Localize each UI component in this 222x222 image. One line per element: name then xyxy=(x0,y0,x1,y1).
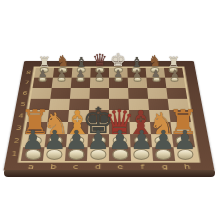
piece-base xyxy=(133,77,141,82)
far-pawn-g7[interactable]: ♟ xyxy=(152,69,161,82)
square-d3[interactable] xyxy=(109,88,129,99)
piece-base xyxy=(112,149,128,160)
far-pawn-f7[interactable]: ♟ xyxy=(133,69,142,82)
rank-label-1: 1 xyxy=(6,147,21,161)
square-a3[interactable] xyxy=(166,88,187,99)
piece-base xyxy=(25,149,41,160)
far-pawn-e7[interactable]: ♟ xyxy=(114,69,123,82)
far-pawn-c7[interactable]: ♟ xyxy=(76,69,85,82)
piece-base xyxy=(171,77,179,82)
piece-base xyxy=(177,149,193,160)
rank-label-6: 6 xyxy=(18,88,31,99)
near-pawn-f1[interactable]: ♟ xyxy=(130,127,153,160)
product-photo-scene: abcdefgh 87654321 ♜♞♝♛♚♝♞♜♟♟♟♟♟♟♟♟♜♞♝♚♛♝… xyxy=(0,0,222,222)
piece-base xyxy=(152,77,160,82)
piece-base xyxy=(96,77,104,82)
piece-base xyxy=(39,77,47,82)
piece-base xyxy=(58,77,66,82)
far-pawn-d7[interactable]: ♟ xyxy=(95,69,104,82)
board-front-edge xyxy=(4,170,215,177)
piece-base xyxy=(77,77,85,82)
piece-base xyxy=(90,149,106,160)
piece-base xyxy=(68,149,84,160)
piece-base xyxy=(134,149,150,160)
square-h3[interactable] xyxy=(31,88,52,99)
square-b3[interactable] xyxy=(147,88,167,99)
rank-label-7: 7 xyxy=(20,78,33,88)
far-pawn-h7[interactable]: ♟ xyxy=(171,69,180,82)
square-c3[interactable] xyxy=(128,88,148,99)
near-pawn-b1[interactable]: ♟ xyxy=(43,127,66,160)
square-g3[interactable] xyxy=(50,88,70,99)
near-pawn-e1[interactable]: ♟ xyxy=(108,127,131,160)
near-pawn-a1[interactable]: ♟ xyxy=(21,127,44,160)
far-pawn-b7[interactable]: ♟ xyxy=(57,69,66,82)
square-f3[interactable] xyxy=(70,88,90,99)
rank-label-8: 8 xyxy=(22,68,35,78)
piece-base xyxy=(155,149,171,160)
square-e3[interactable] xyxy=(89,88,109,99)
far-pawn-a7[interactable]: ♟ xyxy=(39,69,48,82)
pieces-layer: ♜♞♝♛♚♝♞♜♟♟♟♟♟♟♟♟♜♞♝♚♛♝♞♜♟♟♟♟♟♟♟♟ xyxy=(0,0,222,222)
near-pawn-g1[interactable]: ♟ xyxy=(152,127,175,160)
piece-base xyxy=(114,77,122,82)
piece-base xyxy=(47,149,63,160)
near-pawn-c1[interactable]: ♟ xyxy=(65,127,88,160)
near-pawn-d1[interactable]: ♟ xyxy=(86,127,109,160)
near-pawn-h1[interactable]: ♟ xyxy=(173,127,196,160)
